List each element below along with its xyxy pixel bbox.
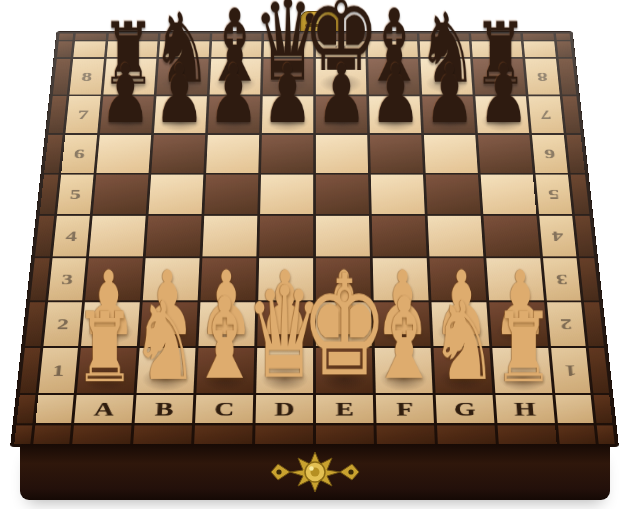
chess-board: ABCDEFGH8♜♞♝♛♚♝♞♜87♟♟♟♟♟♟♟♟7665544332♟♟♟… [10, 31, 619, 447]
coordinate-label: C [214, 398, 235, 421]
square-a1[interactable]: ♜ [77, 348, 137, 393]
square-h4[interactable] [483, 216, 540, 257]
board-scene: ABCDEFGH8♜♞♝♛♚♝♞♜87♟♟♟♟♟♟♟♟7665544332♟♟♟… [0, 0, 630, 509]
black-pawn-f7[interactable]: ♟ [370, 54, 421, 135]
frame-segment [523, 34, 554, 40]
frame-segment [556, 34, 570, 40]
rank-label-right-5: 5 [536, 175, 572, 214]
frame-segment [255, 425, 313, 444]
rank-label-left-4: 4 [53, 216, 90, 257]
rank-label-right-4: 4 [539, 216, 576, 257]
frame-segment [14, 425, 32, 444]
coordinate-label: 7 [77, 107, 89, 122]
coordinate-label: 2 [56, 315, 69, 333]
frame-segment [72, 425, 131, 444]
white-rook-a1[interactable]: ♜ [75, 299, 136, 396]
square-g6[interactable] [424, 135, 478, 173]
square-c5[interactable] [204, 175, 258, 214]
square-a4[interactable] [89, 216, 146, 257]
file-label-bottom-g: G [436, 395, 495, 423]
white-knight-g1[interactable]: ♞ [430, 288, 498, 396]
coordinate-label: 4 [551, 228, 564, 245]
square-h5[interactable] [481, 175, 537, 214]
rank-label-right-1: 1 [551, 348, 590, 393]
frame-segment [53, 59, 71, 95]
frame-segment [25, 302, 45, 346]
label-corner [35, 395, 73, 423]
frame-segment [35, 216, 54, 257]
black-pawn-a7[interactable]: ♟ [100, 54, 151, 135]
frame-segment [557, 41, 572, 57]
frame-segment [558, 425, 596, 444]
frame-segment [316, 425, 374, 444]
square-f6[interactable] [370, 135, 423, 173]
coordinate-label: 8 [536, 69, 548, 84]
box-front-face [20, 444, 610, 500]
square-c4[interactable] [202, 216, 257, 257]
square-b5[interactable] [149, 175, 204, 214]
rank-label-right-7: 7 [528, 96, 563, 133]
coordinate-label: 3 [61, 271, 74, 288]
file-label-bottom-e: E [316, 395, 374, 423]
rank-label-left-7: 7 [65, 96, 100, 133]
frame-segment [377, 425, 435, 444]
coordinate-label: G [454, 398, 477, 421]
frame-segment [40, 175, 59, 214]
chess-set-photo: { "game": "chess", "scene_description": … [0, 0, 630, 509]
coordinate-label: 1 [52, 361, 65, 379]
file-label-bottom-h: H [496, 395, 555, 423]
frame-segment [44, 135, 62, 173]
frame-segment [57, 41, 72, 57]
white-rook-h1[interactable]: ♜ [494, 299, 555, 396]
square-e5[interactable] [316, 175, 369, 214]
frame-segment [597, 425, 615, 444]
square-h7[interactable]: ♟ [475, 96, 529, 133]
square-f1[interactable]: ♝ [375, 348, 433, 393]
file-label-bottom-c: C [195, 395, 253, 423]
coordinate-label: F [396, 398, 414, 421]
frame-segment [562, 96, 580, 133]
rank-label-right-6: 6 [532, 135, 568, 173]
white-knight-b1[interactable]: ♞ [131, 288, 199, 396]
square-c7[interactable]: ♟ [208, 96, 260, 133]
file-label-bottom-a: A [74, 395, 133, 423]
frame-segment [194, 425, 252, 444]
frame-segment [584, 302, 604, 346]
square-c6[interactable] [206, 135, 259, 173]
frame-segment [575, 216, 594, 257]
frame-segment [437, 425, 496, 444]
frame-segment [571, 175, 590, 214]
coordinate-label: D [274, 398, 294, 421]
rank-label-left-5: 5 [57, 175, 93, 214]
frame-segment [498, 425, 557, 444]
coordinate-label: E [335, 398, 354, 421]
frame-segment [133, 425, 192, 444]
black-pawn-h7[interactable]: ♟ [478, 54, 529, 135]
coordinate-label: 6 [544, 146, 556, 162]
frame-segment [559, 59, 577, 95]
white-bishop-f1[interactable]: ♝ [369, 283, 439, 396]
black-pawn-c7[interactable]: ♟ [208, 54, 259, 135]
frame-segment [566, 135, 584, 173]
file-label-bottom-f: F [376, 395, 434, 423]
coordinate-label: 5 [547, 186, 559, 202]
rank-label-left-6: 6 [61, 135, 97, 173]
coordinate-label: 5 [69, 186, 81, 202]
black-pawn-d7[interactable]: ♟ [262, 54, 313, 135]
frame-segment [594, 395, 613, 423]
black-pawn-e7[interactable]: ♟ [316, 54, 367, 135]
coordinate-label: H [513, 398, 536, 421]
brass-clasp [269, 451, 361, 493]
frame-segment [49, 96, 67, 133]
square-b1[interactable]: ♞ [137, 348, 196, 393]
square-g1[interactable]: ♞ [434, 348, 493, 393]
file-label-bottom-d: D [256, 395, 314, 423]
coordinate-label: 2 [560, 315, 573, 333]
frame-segment [33, 425, 71, 444]
frame-segment [20, 348, 40, 393]
square-h6[interactable] [478, 135, 533, 173]
coordinate-label: 1 [564, 361, 577, 379]
frame-segment [17, 395, 36, 423]
square-a6[interactable] [96, 135, 151, 173]
black-pawn-g7[interactable]: ♟ [424, 54, 475, 135]
black-pawn-b7[interactable]: ♟ [154, 54, 205, 135]
square-h1[interactable]: ♜ [492, 348, 552, 393]
square-f5[interactable] [371, 175, 425, 214]
coordinate-label: 6 [73, 146, 85, 162]
square-a7[interactable]: ♟ [100, 96, 154, 133]
coordinate-label: B [154, 398, 174, 421]
coordinate-label: 4 [65, 228, 78, 245]
rank-label-right-8: 8 [525, 59, 560, 95]
frame-segment [30, 258, 50, 300]
square-f7[interactable]: ♟ [369, 96, 421, 133]
file-label-bottom-b: B [135, 395, 194, 423]
rank-label-left-1: 1 [39, 348, 78, 393]
frame-segment [579, 258, 599, 300]
coordinate-label: 3 [555, 271, 568, 288]
frame-segment [589, 348, 609, 393]
square-b6[interactable] [151, 135, 205, 173]
square-e7[interactable]: ♟ [316, 96, 367, 133]
square-d6[interactable] [261, 135, 313, 173]
square-a5[interactable] [93, 175, 149, 214]
frame-segment [59, 34, 73, 40]
square-g5[interactable] [426, 175, 481, 214]
square-g4[interactable] [428, 216, 484, 257]
coordinate-label: 7 [540, 107, 552, 122]
square-b7[interactable]: ♟ [154, 96, 207, 133]
square-b4[interactable] [146, 216, 202, 257]
square-d5[interactable] [260, 175, 313, 214]
square-e6[interactable] [316, 135, 368, 173]
square-d7[interactable]: ♟ [262, 96, 313, 133]
label-corner [555, 395, 593, 423]
rank-label-left-8: 8 [69, 59, 104, 95]
square-g7[interactable]: ♟ [422, 96, 475, 133]
coordinate-label: 8 [81, 69, 93, 84]
coordinate-label: A [93, 398, 115, 421]
square-e1[interactable]: ♚ [316, 348, 373, 393]
